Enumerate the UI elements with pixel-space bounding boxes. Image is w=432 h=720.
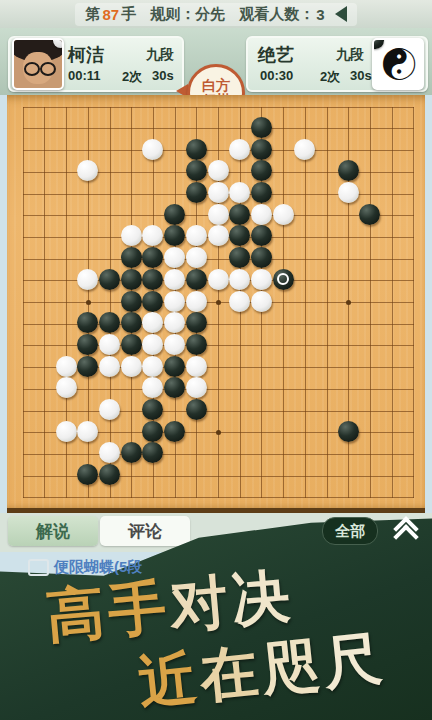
black-stone [99,312,120,333]
black-stone [77,334,98,355]
black-stone [121,291,142,312]
black-stone [121,334,142,355]
player-name-right: 绝艺 [258,43,294,67]
black-stone [251,182,272,203]
white-stone [229,269,250,290]
white-stone [142,377,163,398]
black-stone [229,247,250,268]
white-stone [208,225,229,246]
black-stone [164,377,185,398]
status-bar: 第87手 规则：分先 观看人数：3 [0,0,432,28]
banner-char: 在 [196,632,266,716]
white-stone [77,269,98,290]
black-stone [164,225,185,246]
white-stone [164,291,185,312]
collapse-left-triangle-icon[interactable] [335,6,347,22]
white-stone [251,269,272,290]
banner-char: 高 [43,574,112,657]
white-stone [142,312,163,333]
grid-line-h [23,389,415,390]
player-periods-right: 2次 [320,68,340,86]
white-stone [251,204,272,225]
white-stone [186,247,207,268]
black-stone [142,269,163,290]
go-app-screen: 第87手 规则：分先 观看人数：3 柯洁 九段 00:11 2次 30s 白方 [0,0,432,720]
white-stone [99,356,120,377]
move-number: 87 [102,6,119,23]
black-stone [186,399,207,420]
white-stone [56,377,77,398]
white-stone [338,182,359,203]
black-stone [186,182,207,203]
white-stone [142,225,163,246]
black-stone [121,269,142,290]
white-stone [229,139,250,160]
white-stone [186,225,207,246]
player-rank-right: 九段 [336,46,364,64]
white-stone [208,160,229,181]
last-move-marker [277,273,289,285]
black-stone [164,356,185,377]
black-stone [338,160,359,181]
black-stone [164,421,185,442]
grid-line-v [327,107,328,499]
player-period-len-right: 30s [350,68,372,83]
white-stone [208,269,229,290]
black-stone [359,204,380,225]
black-stone [121,312,142,333]
all-button[interactable]: 全部 [322,517,378,545]
move-prefix: 第 [85,5,100,24]
white-stone [99,442,120,463]
white-stone [164,334,185,355]
banner-char: 近 [135,639,205,720]
player-time-left: 00:11 [68,68,101,83]
star-point [346,300,351,305]
avatar-kejie [12,38,64,90]
white-stone [164,269,185,290]
grid-line-v [283,107,284,499]
white-stone [229,182,250,203]
black-stone [251,117,272,138]
black-stone [142,421,163,442]
move-suffix: 手 [121,5,136,24]
seal-line1: 白方 [202,78,230,93]
black-stone [121,442,142,463]
black-stone [229,204,250,225]
white-stone [273,204,294,225]
grid-line-v [413,107,414,499]
banner-char: 咫 [258,626,328,710]
grid-line-h [23,411,415,412]
white-stone [142,334,163,355]
double-chevron-up-icon[interactable] [392,518,418,544]
black-stone [99,464,120,485]
tab-comments[interactable]: 评论 [100,516,190,546]
player-bar: 柯洁 九段 00:11 2次 30s 白方 行棋 绝艺 九段 00:30 2次 … [0,28,432,95]
rules-text: 规则：分先 [150,5,225,24]
black-stone [142,442,163,463]
black-stone [99,269,120,290]
black-stone [251,160,272,181]
grid-line-h [23,454,415,455]
grid-line-v [392,107,393,499]
star-point [86,300,91,305]
black-stone [229,225,250,246]
black-stone [121,247,142,268]
viewers-count: 3 [316,6,324,23]
yinyang-icon: ☯ [376,44,420,83]
white-stone [164,312,185,333]
black-stone [186,139,207,160]
black-stone [164,204,185,225]
white-stone [208,204,229,225]
white-stone [77,160,98,181]
star-point [216,300,221,305]
grid-line-v [370,107,371,499]
white-stone [99,334,120,355]
black-stone [142,399,163,420]
move-info: 第87手 规则：分先 观看人数：3 [75,3,356,26]
player-panel-left: 柯洁 九段 00:11 2次 30s [8,36,184,92]
white-stone [121,356,142,377]
white-stone [142,356,163,377]
banner-char: 手 [105,568,174,651]
viewers-label: 观看人数： [239,5,314,24]
black-stone [77,464,98,485]
player-rank-left: 九段 [146,46,174,64]
black-stone [251,247,272,268]
avatar-jueyi: ☯ [372,38,424,90]
avatar-glasses [24,62,40,76]
white-stone [186,356,207,377]
black-stone [186,334,207,355]
white-stone [294,139,315,160]
white-stone [77,421,98,442]
black-stone [273,269,294,290]
white-stone [251,291,272,312]
white-stone [99,399,120,420]
black-stone [251,225,272,246]
black-stone [186,312,207,333]
player-panel-right: 绝艺 九段 00:30 2次 30s ☯ [246,36,428,92]
grid-line-h [23,497,415,498]
black-stone [251,139,272,160]
white-stone [186,377,207,398]
black-stone [142,291,163,312]
player-periods-left: 2次 [122,68,142,86]
black-stone [142,247,163,268]
banner-char: 对 [167,563,236,646]
white-stone [186,291,207,312]
black-stone [338,421,359,442]
white-stone [142,139,163,160]
speech-bubble-icon [28,559,49,576]
white-stone [56,421,77,442]
black-stone [77,312,98,333]
tab-commentary[interactable]: 解说 [8,516,98,546]
player-period-len-left: 30s [152,68,174,83]
white-stone [164,247,185,268]
white-stone [208,182,229,203]
black-stone [186,160,207,181]
star-point [216,430,221,435]
black-stone [186,269,207,290]
white-stone [121,225,142,246]
player-time-right: 00:30 [260,68,293,83]
banner-char: 尺 [320,619,390,703]
go-board[interactable] [7,95,425,508]
banner-char: 决 [228,557,297,640]
white-stone [229,291,250,312]
white-stone [56,356,77,377]
grid-line-v [305,107,306,499]
black-stone [77,356,98,377]
player-name-left: 柯洁 [68,43,104,67]
